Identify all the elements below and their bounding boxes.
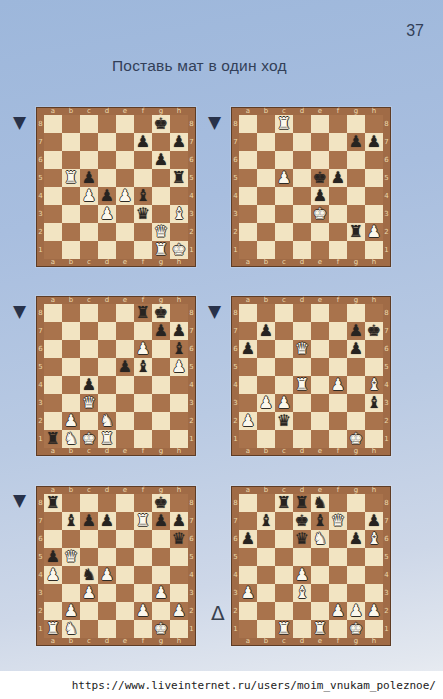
rank-label-5: 5 [188,169,195,187]
rank-label-8: 8 [232,494,239,512]
square-h6 [365,151,383,169]
square-h7: ♟ [170,512,188,530]
square-f3 [329,205,347,223]
rank-label-1: 1 [188,620,195,638]
square-h3: ♝ [170,205,188,223]
square-h7: ♚ [365,322,383,340]
square-d5 [293,169,311,187]
square-h5 [170,548,188,566]
rank-label-8: 8 [37,304,44,322]
square-d8 [98,494,116,512]
square-c2 [275,602,293,620]
square-a5: ♟ [44,548,62,566]
file-label-f: f [134,638,152,645]
square-g2 [152,602,170,620]
black-rook: ♜ [46,430,60,448]
rank-label-2: 2 [37,412,44,430]
rank-label-7: 7 [188,133,195,151]
square-e2 [116,412,134,430]
square-g6: ♟ [347,340,365,358]
white-pawn: ♟ [277,394,291,412]
file-label-e: e [116,487,134,494]
square-a7 [44,322,62,340]
rank-label-5: 5 [232,169,239,187]
square-f4: ♝ [134,187,152,205]
white-pawn: ♟ [154,584,168,602]
square-d5 [293,358,311,376]
file-label-b: b [257,448,275,455]
square-e2 [311,412,329,430]
rank-label-1: 1 [188,241,195,259]
square-a4 [239,566,257,584]
file-label-g: g [152,448,170,455]
square-e7: ♝ [311,512,329,530]
square-h2 [365,412,383,430]
square-a7 [239,512,257,530]
file-label-a: a [239,448,257,455]
rank-label-2: 2 [232,412,239,430]
square-f3: ♛ [134,205,152,223]
square-e8 [116,494,134,512]
square-c7: ♟ [80,512,98,530]
square-f5: ♝ [134,358,152,376]
white-knight: ♞ [313,530,327,548]
square-c7 [275,512,293,530]
square-h6: ♝ [365,530,383,548]
rank-label-6: 6 [37,530,44,548]
square-f6: ♟ [134,340,152,358]
rank-label-8: 8 [37,494,44,512]
file-label-f: f [134,448,152,455]
square-h7: ♟ [170,133,188,151]
square-d3 [98,584,116,602]
square-a1 [44,241,62,259]
file-label-c: c [80,638,98,645]
file-label-e: e [311,108,329,115]
rank-label-3: 3 [232,584,239,602]
chess-board-1: abcdefgh8♚87♟♟76♟65♜♟♜54♟♟♟♝43♟♛♝32♛21♜♚… [36,107,196,267]
white-pawn: ♟ [331,602,345,620]
square-g7 [347,512,365,530]
white-pawn: ♟ [277,169,291,187]
square-b5: ♜ [62,169,80,187]
file-label-d: d [98,259,116,266]
square-c7 [80,322,98,340]
file-label-e: e [311,259,329,266]
rank-label-1: 1 [37,430,44,448]
square-c4: ♟ [80,187,98,205]
file-label-f: f [134,259,152,266]
square-f8 [329,115,347,133]
rank-label-4: 4 [188,566,195,584]
square-e5 [116,548,134,566]
square-g8: ♚ [152,494,170,512]
rank-label-1: 1 [232,430,239,448]
chess-board-2: abcdefgh8♜87♟♟7665♟♚♟54♟43♚32♜♟211abcdef… [231,107,391,267]
black-queen: ♛ [277,412,291,430]
square-b2: ♟ [62,602,80,620]
file-label-b: b [62,108,80,115]
board-grid: abcdefgh8♜♚87♝♟♟♜♟♟76♛65♟♛54♟♞♟43♟♟32♟♟♟… [37,487,195,645]
black-bishop: ♝ [136,358,150,376]
square-g4 [347,376,365,394]
square-c5 [275,358,293,376]
square-a6: ♟ [239,530,257,548]
square-b7 [62,322,80,340]
rank-label-8: 8 [383,304,390,322]
file-label-f: f [329,448,347,455]
square-b2 [257,223,275,241]
square-h5: ♟ [170,358,188,376]
square-g5 [347,358,365,376]
square-d3: ♟ [98,205,116,223]
black-pawn: ♟ [349,133,363,151]
white-pawn: ♟ [331,376,345,394]
square-d4 [98,376,116,394]
white-rook: ♜ [100,430,114,448]
square-f5 [329,358,347,376]
rank-label-2: 2 [232,223,239,241]
file-label-b: b [62,259,80,266]
file-label-h: h [365,297,383,304]
white-pawn: ♟ [349,602,363,620]
rank-label-5: 5 [37,358,44,376]
square-c4 [275,187,293,205]
square-f6 [329,340,347,358]
square-a8 [44,115,62,133]
square-c1 [80,620,98,638]
square-c1 [275,430,293,448]
rank-label-3: 3 [383,584,390,602]
square-g7: ♟ [152,512,170,530]
rank-label-2: 2 [37,602,44,620]
black-pawn: ♟ [331,169,345,187]
file-label-h: h [365,259,383,266]
square-e3 [116,394,134,412]
square-d7 [98,133,116,151]
file-label-b: b [62,638,80,645]
square-b2 [257,602,275,620]
square-g7 [152,133,170,151]
square-f1 [329,241,347,259]
white-bishop: ♝ [295,584,309,602]
square-g8: ♚ [152,304,170,322]
black-pawn: ♟ [154,512,168,530]
square-f1 [329,430,347,448]
square-a6 [44,340,62,358]
rank-label-8: 8 [232,115,239,133]
rank-label-5: 5 [383,358,390,376]
square-e2 [116,223,134,241]
frame-corner [383,638,390,645]
square-e6 [116,530,134,548]
square-a2 [44,412,62,430]
square-b4 [257,187,275,205]
square-h8 [365,494,383,512]
file-label-g: g [152,259,170,266]
square-b7: ♟ [257,322,275,340]
square-f5 [329,548,347,566]
file-label-h: h [365,108,383,115]
square-e1: ♜ [311,620,329,638]
square-a5 [239,548,257,566]
rank-label-7: 7 [37,322,44,340]
file-label-f: f [329,259,347,266]
square-b4 [62,376,80,394]
white-pawn: ♟ [64,412,78,430]
square-e8 [311,115,329,133]
square-h2: ♟ [365,602,383,620]
square-b1 [257,241,275,259]
square-g5 [152,548,170,566]
frame-corner [37,638,44,645]
frame-corner [37,297,44,304]
rank-label-8: 8 [188,115,195,133]
black-bishop: ♝ [64,512,78,530]
square-g7: ♟ [347,322,365,340]
file-label-g: g [152,487,170,494]
black-pawn: ♟ [82,169,96,187]
square-c7 [275,133,293,151]
square-h5 [365,169,383,187]
black-rook: ♜ [349,223,363,241]
frame-corner [383,108,390,115]
rank-label-6: 6 [383,530,390,548]
square-a2 [239,602,257,620]
file-label-g: g [347,297,365,304]
file-label-e: e [116,638,134,645]
square-b5 [62,358,80,376]
frame-corner [188,297,195,304]
black-king: ♚ [367,322,381,340]
square-f2 [329,412,347,430]
square-h8 [365,304,383,322]
square-b6 [62,530,80,548]
frame-corner [188,487,195,494]
file-label-b: b [257,297,275,304]
rank-label-7: 7 [188,512,195,530]
square-a3 [239,205,257,223]
square-c6 [275,151,293,169]
rank-label-6: 6 [188,151,195,169]
square-c3 [80,205,98,223]
square-c2 [80,223,98,241]
square-a2 [239,223,257,241]
square-e2 [116,602,134,620]
white-pawn: ♟ [367,602,381,620]
square-d2 [98,223,116,241]
square-b3: ♟ [257,394,275,412]
black-queen: ♛ [295,530,309,548]
white-knight: ♞ [100,412,114,430]
black-bishop: ♝ [136,187,150,205]
square-a4 [239,376,257,394]
square-h7: ♟ [170,322,188,340]
page-title: Поставь мат в один ход [112,57,287,75]
black-pawn: ♟ [172,133,186,151]
rank-label-7: 7 [37,512,44,530]
white-pawn: ♟ [118,187,132,205]
square-d5 [98,548,116,566]
white-to-move-marker-6: Δ [211,603,225,623]
square-f2 [134,412,152,430]
white-queen: ♛ [295,340,309,358]
rank-label-2: 2 [188,223,195,241]
white-pawn: ♟ [64,602,78,620]
white-queen: ♛ [82,394,96,412]
rank-label-6: 6 [383,340,390,358]
square-h5: ♜ [170,169,188,187]
rank-label-7: 7 [383,322,390,340]
square-g4 [347,187,365,205]
rank-label-2: 2 [188,602,195,620]
square-h6: ♝ [170,340,188,358]
rank-label-3: 3 [188,205,195,223]
rank-label-6: 6 [37,151,44,169]
chess-board-3: abcdefgh8♜♚87♟♟76♟♝65♟♝♟54♟43♛32♟♞21♜♞♚♜… [36,296,196,456]
rank-label-6: 6 [232,530,239,548]
file-label-c: c [80,259,98,266]
square-f1 [134,620,152,638]
file-label-a: a [44,448,62,455]
white-queen: ♛ [154,223,168,241]
square-f3 [329,394,347,412]
square-g2: ♟ [347,602,365,620]
square-d1 [98,620,116,638]
square-d7: ♚ [293,512,311,530]
frame-corner [188,638,195,645]
square-c4: ♞ [80,566,98,584]
rank-label-5: 5 [188,358,195,376]
file-label-f: f [134,297,152,304]
square-g8 [347,115,365,133]
square-d6 [98,340,116,358]
file-label-h: h [365,448,383,455]
square-e3: ♚ [311,205,329,223]
rank-label-7: 7 [383,512,390,530]
square-h6: ♛ [170,530,188,548]
black-bishop: ♝ [259,512,273,530]
square-a6 [239,151,257,169]
file-label-e: e [311,297,329,304]
file-label-d: d [98,638,116,645]
white-pawn: ♟ [136,602,150,620]
square-d1 [293,241,311,259]
file-label-b: b [257,638,275,645]
square-a7 [239,322,257,340]
file-label-b: b [62,448,80,455]
square-g1: ♚ [347,430,365,448]
square-e8: ♞ [311,494,329,512]
rank-label-7: 7 [232,322,239,340]
square-h4 [170,376,188,394]
square-d4: ♟ [293,566,311,584]
white-king: ♚ [313,205,327,223]
square-a8 [44,304,62,322]
rank-label-4: 4 [37,566,44,584]
file-label-g: g [152,638,170,645]
square-c5 [80,358,98,376]
square-h8 [170,115,188,133]
file-label-a: a [239,297,257,304]
square-c4 [275,376,293,394]
black-knight: ♞ [313,494,327,512]
square-a6 [44,530,62,548]
square-d6 [293,151,311,169]
square-g8: ♚ [152,115,170,133]
square-b4 [62,187,80,205]
square-b3 [257,584,275,602]
square-b4 [62,566,80,584]
square-a3 [44,205,62,223]
black-rook: ♜ [46,494,60,512]
white-king: ♚ [82,430,96,448]
black-queen: ♛ [136,205,150,223]
square-a7 [239,133,257,151]
square-c4: ♟ [80,376,98,394]
square-a3: ♟ [239,584,257,602]
square-h4: ♝ [365,376,383,394]
chess-board-4: abcdefgh887♟♟♚76♟♛♟6554♜♟♝43♟♟♝32♟♛21♚1a… [231,296,391,456]
rank-label-5: 5 [383,169,390,187]
square-c2 [80,602,98,620]
white-knight: ♞ [64,430,78,448]
rank-label-7: 7 [37,133,44,151]
rank-label-5: 5 [232,548,239,566]
square-c1 [275,241,293,259]
black-to-move-marker-4: ▼ [208,303,221,320]
square-f1 [134,430,152,448]
file-label-c: c [80,108,98,115]
file-label-g: g [347,448,365,455]
square-a5 [239,169,257,187]
square-a3 [44,584,62,602]
square-a4 [44,376,62,394]
black-bishop: ♝ [313,512,327,530]
square-e2 [311,602,329,620]
square-f2 [134,223,152,241]
rank-label-1: 1 [232,620,239,638]
file-label-d: d [293,638,311,645]
source-url-link[interactable]: https://www.liveinternet.ru/users/moim_v… [72,679,436,692]
square-a4 [44,187,62,205]
square-g4 [347,566,365,584]
square-f3 [134,584,152,602]
square-h1 [365,620,383,638]
square-f6 [134,530,152,548]
square-h2: ♟ [170,602,188,620]
file-label-e: e [311,448,329,455]
rank-label-6: 6 [232,151,239,169]
frame-corner [232,487,239,494]
file-label-c: c [275,448,293,455]
square-d7 [293,133,311,151]
file-label-c: c [275,297,293,304]
white-rook: ♜ [136,512,150,530]
file-label-d: d [293,487,311,494]
square-b8 [62,494,80,512]
square-f2: ♟ [329,602,347,620]
black-king: ♚ [154,304,168,322]
square-b6 [257,530,275,548]
white-bishop: ♝ [367,530,381,548]
square-d2 [98,602,116,620]
board-grid: abcdefgh887♟♟♚76♟♛♟6554♜♟♝43♟♟♝32♟♛21♚1a… [232,297,390,455]
square-c3: ♟ [275,394,293,412]
file-label-e: e [116,297,134,304]
square-g6: ♟ [152,151,170,169]
square-e7 [311,322,329,340]
